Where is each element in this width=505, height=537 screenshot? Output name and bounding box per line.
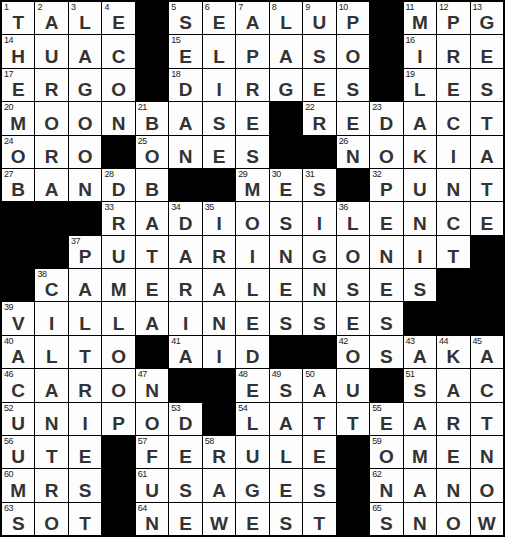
cell-letter: B	[145, 114, 159, 135]
cell-r1c7[interactable]: 6E	[203, 2, 235, 34]
black-cell-r6c7	[203, 169, 235, 201]
black-cell-r12c6	[169, 369, 201, 401]
cell-r16c9[interactable]: S	[270, 503, 302, 535]
clue-number: 28	[104, 169, 113, 180]
cell-r5c11[interactable]: 26N	[337, 136, 369, 168]
cell-letter: M	[10, 481, 26, 502]
cell-letter: O	[44, 114, 59, 135]
cell-r6c4[interactable]: 28D	[102, 169, 134, 201]
cell-r6c12[interactable]: 32P	[370, 169, 402, 201]
cell-r2c4[interactable]: C	[102, 35, 134, 67]
cell-r3c7[interactable]: I	[203, 69, 235, 101]
cell-r16c2[interactable]: O	[35, 503, 67, 535]
cell-r13c6[interactable]: 53D	[169, 403, 201, 435]
cell-r5c7[interactable]: E	[203, 136, 235, 168]
cell-r5c6[interactable]: N	[169, 136, 201, 168]
cell-r2c3[interactable]: A	[69, 35, 101, 67]
cell-r8c4[interactable]: U	[102, 236, 134, 268]
cell-r4c10[interactable]: 22R	[303, 102, 335, 134]
cell-r15c9[interactable]: E	[270, 469, 302, 501]
cell-r16c14[interactable]: O	[437, 503, 469, 535]
cell-r8c11[interactable]: O	[337, 236, 369, 268]
cell-r15c3[interactable]: S	[69, 469, 101, 501]
cell-letter: N	[446, 481, 460, 502]
clue-number: 8	[272, 2, 277, 13]
cell-r15c10[interactable]: S	[303, 469, 335, 501]
cell-r4c11[interactable]: E	[337, 102, 369, 134]
clue-number: 38	[37, 269, 46, 280]
cell-r1c6[interactable]: 5S	[169, 2, 201, 34]
cell-letter: N	[346, 147, 360, 168]
cell-r13c12[interactable]: 55E	[370, 403, 402, 435]
cell-letter: L	[280, 447, 292, 468]
cell-letter: N	[145, 514, 159, 535]
cell-r4c14[interactable]: C	[437, 102, 469, 134]
cell-r11c15[interactable]: 45A	[471, 336, 503, 368]
black-cell-r1c5	[136, 2, 168, 34]
cell-r10c7[interactable]: N	[203, 302, 235, 334]
black-cell-r4c9	[270, 102, 302, 134]
clue-number: 30	[272, 169, 281, 180]
black-cell-r12c7	[203, 369, 235, 401]
black-cell-r9c15	[471, 269, 503, 301]
cell-r15c15[interactable]: O	[471, 469, 503, 501]
cell-r12c10[interactable]: 50A	[303, 369, 335, 401]
cell-r10c4[interactable]: L	[102, 302, 134, 334]
cell-r6c2[interactable]: A	[35, 169, 67, 201]
cell-r6c9[interactable]: 30E	[270, 169, 302, 201]
cell-letter: O	[346, 47, 361, 68]
cell-letter: E	[246, 314, 259, 335]
cell-r12c4[interactable]: O	[102, 369, 134, 401]
cell-r12c2[interactable]: A	[35, 369, 67, 401]
cell-letter: U	[413, 180, 427, 201]
cell-r15c5[interactable]: 61U	[136, 469, 168, 501]
cell-r16c3[interactable]: T	[69, 503, 101, 535]
cell-r14c7[interactable]: 58R	[203, 436, 235, 468]
cell-r12c14[interactable]: A	[437, 369, 469, 401]
cell-r9c11[interactable]: S	[337, 269, 369, 301]
cell-r7c8[interactable]: O	[236, 202, 268, 234]
cell-r3c14[interactable]: E	[437, 69, 469, 101]
cell-r14c1[interactable]: 56U	[2, 436, 34, 468]
cell-r2c8[interactable]: P	[236, 35, 268, 67]
cell-r1c3[interactable]: 3L	[69, 2, 101, 34]
cell-r9c2[interactable]: 38C	[35, 269, 67, 301]
cell-r15c13[interactable]: A	[404, 469, 436, 501]
cell-r13c13[interactable]: A	[404, 403, 436, 435]
cell-r15c6[interactable]: S	[169, 469, 201, 501]
clue-number: 1	[4, 2, 9, 13]
cell-letter: G	[479, 13, 494, 34]
cell-r2c15[interactable]: E	[471, 35, 503, 67]
cell-r14c5[interactable]: 57F	[136, 436, 168, 468]
black-cell-r11c10	[303, 336, 335, 368]
cell-r11c3[interactable]: T	[69, 336, 101, 368]
cell-r10c11[interactable]: E	[337, 302, 369, 334]
cell-r3c3[interactable]: G	[69, 69, 101, 101]
cell-letter: S	[213, 114, 226, 135]
cell-r2c13[interactable]: 16I	[404, 35, 436, 67]
black-cell-r11c5	[136, 336, 168, 368]
cell-letter: E	[380, 280, 393, 301]
clue-number: 13	[473, 2, 482, 13]
cell-letter: M	[10, 114, 26, 135]
cell-r4c1[interactable]: 20M	[2, 102, 34, 134]
crossword-grid: 1T2A3L4E5S6E7A8L9U10P11M12P13G14HUAC15EL…	[0, 0, 505, 537]
cell-r12c15[interactable]: C	[471, 369, 503, 401]
cell-r16c12[interactable]: 65S	[370, 503, 402, 535]
cell-r16c6[interactable]: E	[169, 503, 201, 535]
cell-r16c1[interactable]: 63S	[2, 503, 34, 535]
cell-r1c9[interactable]: 8L	[270, 2, 302, 34]
cell-letter: E	[12, 80, 25, 101]
cell-r3c8[interactable]: R	[236, 69, 268, 101]
cell-r3c10[interactable]: E	[303, 69, 335, 101]
cell-r1c8[interactable]: 7A	[236, 2, 268, 34]
cell-r15c2[interactable]: R	[35, 469, 67, 501]
cell-r14c2[interactable]: T	[35, 436, 67, 468]
cell-r2c7[interactable]: L	[203, 35, 235, 67]
cell-r3c6[interactable]: 18D	[169, 69, 201, 101]
cell-r12c9[interactable]: 49S	[270, 369, 302, 401]
cell-r6c1[interactable]: 27B	[2, 169, 34, 201]
cell-r15c14[interactable]: N	[437, 469, 469, 501]
cell-r11c12[interactable]: S	[370, 336, 402, 368]
cell-r7c5[interactable]: A	[136, 202, 168, 234]
cell-r13c15[interactable]: T	[471, 403, 503, 435]
cell-r8c7[interactable]: R	[203, 236, 235, 268]
cell-r7c7[interactable]: 35I	[203, 202, 235, 234]
cell-r4c2[interactable]: O	[35, 102, 67, 134]
cell-r13c11[interactable]: T	[337, 403, 369, 435]
cell-r9c4[interactable]: M	[102, 269, 134, 301]
cell-letter: D	[112, 180, 126, 201]
cell-r5c13[interactable]: K	[404, 136, 436, 168]
cell-r3c1[interactable]: 17E	[2, 69, 34, 101]
cell-r3c13[interactable]: 19L	[404, 69, 436, 101]
cell-r16c13[interactable]: N	[404, 503, 436, 535]
clue-number: 25	[138, 136, 147, 147]
cell-r14c14[interactable]: E	[437, 436, 469, 468]
cell-r8c5[interactable]: T	[136, 236, 168, 268]
cell-r13c9[interactable]: A	[270, 403, 302, 435]
cell-r10c3[interactable]: L	[69, 302, 101, 334]
cell-letter: U	[11, 447, 25, 468]
cell-r11c14[interactable]: 44K	[437, 336, 469, 368]
cell-r3c15[interactable]: S	[471, 69, 503, 101]
cell-r12c11[interactable]: U	[337, 369, 369, 401]
cell-letter: S	[380, 347, 393, 368]
cell-r11c1[interactable]: 40A	[2, 336, 34, 368]
cell-letter: O	[379, 447, 394, 468]
cell-r10c12[interactable]: S	[370, 302, 402, 334]
cell-letter: R	[212, 447, 226, 468]
cell-r10c6[interactable]: I	[169, 302, 201, 334]
clue-number: 6	[205, 2, 210, 13]
cell-r8c6[interactable]: A	[169, 236, 201, 268]
cell-letter: A	[413, 481, 427, 502]
cell-letter: G	[245, 481, 260, 502]
clue-number: 48	[238, 369, 247, 380]
cell-r9c5[interactable]: E	[136, 269, 168, 301]
cell-r4c13[interactable]: A	[404, 102, 436, 134]
cell-r5c8[interactable]: S	[236, 136, 268, 168]
cell-r2c10[interactable]: S	[303, 35, 335, 67]
cell-letter: N	[379, 481, 393, 502]
cell-letter: O	[11, 147, 26, 168]
cell-r11c8[interactable]: D	[236, 336, 268, 368]
cell-r12c3[interactable]: R	[69, 369, 101, 401]
cell-r6c8[interactable]: 29M	[236, 169, 268, 201]
cell-r16c10[interactable]: T	[303, 503, 335, 535]
cell-r16c8[interactable]: E	[236, 503, 268, 535]
cell-r7c6[interactable]: 34D	[169, 202, 201, 234]
cell-r7c13[interactable]: N	[404, 202, 436, 234]
cell-r13c5[interactable]: O	[136, 403, 168, 435]
cell-r14c9[interactable]: L	[270, 436, 302, 468]
cell-r13c10[interactable]: T	[303, 403, 335, 435]
cell-r11c11[interactable]: 42O	[337, 336, 369, 368]
clue-number: 40	[4, 336, 13, 347]
clue-number: 9	[305, 2, 310, 13]
cell-letter: O	[479, 481, 494, 502]
cell-r9c13[interactable]: S	[404, 269, 436, 301]
cell-r1c4[interactable]: 4E	[102, 2, 134, 34]
cell-r6c15[interactable]: T	[471, 169, 503, 201]
cell-r4c8[interactable]: E	[236, 102, 268, 134]
cell-r1c13[interactable]: 11M	[404, 2, 436, 34]
cell-letter: A	[413, 114, 427, 135]
cell-r14c15[interactable]: N	[471, 436, 503, 468]
cell-letter: I	[417, 247, 422, 268]
cell-r1c1[interactable]: 1T	[2, 2, 34, 34]
cell-r4c15[interactable]: T	[471, 102, 503, 134]
cell-letter: R	[45, 147, 59, 168]
black-cell-r10c13	[404, 302, 436, 334]
cell-r11c2[interactable]: L	[35, 336, 67, 368]
cell-r5c12[interactable]: O	[370, 136, 402, 168]
cell-r9c8[interactable]: L	[236, 269, 268, 301]
cell-letter: A	[45, 381, 59, 402]
cell-r13c2[interactable]: N	[35, 403, 67, 435]
cell-letter: A	[45, 180, 59, 201]
cell-letter: E	[347, 314, 360, 335]
cell-letter: E	[480, 47, 493, 68]
cell-r8c12[interactable]: N	[370, 236, 402, 268]
cell-letter: O	[245, 214, 260, 235]
cell-r13c8[interactable]: 54L	[236, 403, 268, 435]
cell-r4c3[interactable]: O	[69, 102, 101, 134]
cell-r10c5[interactable]: A	[136, 302, 168, 334]
cell-r16c15[interactable]: W	[471, 503, 503, 535]
cell-letter: E	[213, 147, 226, 168]
clue-number: 3	[71, 2, 76, 13]
cell-r4c5[interactable]: 21B	[136, 102, 168, 134]
cell-letter: A	[313, 381, 327, 402]
cell-r1c14[interactable]: 12P	[437, 2, 469, 34]
cell-r7c10[interactable]: I	[303, 202, 335, 234]
cell-letter: T	[447, 247, 459, 268]
cell-r1c10[interactable]: 9U	[303, 2, 335, 34]
cell-r7c15[interactable]: E	[471, 202, 503, 234]
cell-r11c7[interactable]: I	[203, 336, 235, 368]
cell-r8c14[interactable]: T	[437, 236, 469, 268]
cell-letter: L	[247, 280, 259, 301]
cell-letter: E	[280, 481, 293, 502]
cell-r10c1[interactable]: 39V	[2, 302, 34, 334]
cell-letter: O	[346, 247, 361, 268]
clue-number: 21	[138, 102, 147, 113]
clue-number: 59	[372, 436, 381, 447]
clue-number: 36	[339, 202, 348, 213]
cell-r5c1[interactable]: 24O	[2, 136, 34, 168]
cell-letter: A	[212, 481, 226, 502]
cell-r15c12[interactable]: 62N	[370, 469, 402, 501]
black-cell-r6c11	[337, 169, 369, 201]
cell-r2c2[interactable]: U	[35, 35, 67, 67]
cell-r3c9[interactable]: G	[270, 69, 302, 101]
cell-letter: G	[312, 247, 327, 268]
cell-r11c13[interactable]: 43A	[404, 336, 436, 368]
cell-r10c9[interactable]: S	[270, 302, 302, 334]
cell-r6c10[interactable]: 31S	[303, 169, 335, 201]
cell-letter: P	[246, 47, 259, 68]
cell-r12c13[interactable]: 51S	[404, 369, 436, 401]
cell-r2c11[interactable]: O	[337, 35, 369, 67]
cell-r5c3[interactable]: O	[69, 136, 101, 168]
cell-r10c8[interactable]: E	[236, 302, 268, 334]
cell-letter: M	[245, 180, 261, 201]
clue-number: 19	[406, 69, 415, 80]
cell-r9c10[interactable]: N	[303, 269, 335, 301]
cell-r5c2[interactable]: R	[35, 136, 67, 168]
cell-r6c3[interactable]: N	[69, 169, 101, 201]
cell-r14c6[interactable]: E	[169, 436, 201, 468]
cell-r4c12[interactable]: 23D	[370, 102, 402, 134]
cell-r13c3[interactable]: I	[69, 403, 101, 435]
cell-r9c6[interactable]: R	[169, 269, 201, 301]
cell-r7c9[interactable]: S	[270, 202, 302, 234]
cell-r14c10[interactable]: E	[303, 436, 335, 468]
cell-r2c1[interactable]: 14H	[2, 35, 34, 67]
cell-letter: A	[78, 280, 92, 301]
cell-r4c4[interactable]: N	[102, 102, 134, 134]
cell-letter: E	[213, 13, 226, 34]
cell-r11c6[interactable]: 41A	[169, 336, 201, 368]
cell-r4c7[interactable]: S	[203, 102, 235, 134]
cell-r3c4[interactable]: O	[102, 69, 134, 101]
cell-r13c14[interactable]: R	[437, 403, 469, 435]
cell-r5c14[interactable]: I	[437, 136, 469, 168]
cell-r13c4[interactable]: P	[102, 403, 134, 435]
clue-number: 44	[439, 336, 448, 347]
clue-number: 63	[4, 503, 13, 514]
cell-letter: N	[212, 314, 226, 335]
cell-r5c5[interactable]: 25O	[136, 136, 168, 168]
cell-letter: C	[446, 114, 460, 135]
cell-r8c8[interactable]: I	[236, 236, 268, 268]
cell-r8c3[interactable]: 37P	[69, 236, 101, 268]
cell-r13c1[interactable]: 52U	[2, 403, 34, 435]
cell-r7c4[interactable]: 33R	[102, 202, 134, 234]
cell-letter: R	[313, 114, 327, 135]
cell-r14c12[interactable]: 59O	[370, 436, 402, 468]
clue-number: 51	[406, 369, 415, 380]
clue-number: 49	[272, 369, 281, 380]
cell-r16c7[interactable]: W	[203, 503, 235, 535]
cell-letter: C	[446, 214, 460, 235]
cell-letter: E	[112, 13, 125, 34]
cell-r8c9[interactable]: N	[270, 236, 302, 268]
clue-number: 27	[4, 169, 13, 180]
cell-r4c6[interactable]: A	[169, 102, 201, 134]
cell-r3c2[interactable]: R	[35, 69, 67, 101]
cell-r6c5[interactable]: B	[136, 169, 168, 201]
cell-r8c10[interactable]: G	[303, 236, 335, 268]
cell-r5c15[interactable]: A	[471, 136, 503, 168]
cell-r12c1[interactable]: 46C	[2, 369, 34, 401]
cell-r8c13[interactable]: I	[404, 236, 436, 268]
cell-r2c14[interactable]: R	[437, 35, 469, 67]
cell-letter: C	[11, 381, 25, 402]
cell-letter: D	[179, 214, 193, 235]
cell-letter: R	[45, 481, 59, 502]
cell-r7c11[interactable]: 36L	[337, 202, 369, 234]
cell-letter: A	[246, 13, 260, 34]
cell-r9c3[interactable]: A	[69, 269, 101, 301]
cell-r15c1[interactable]: 60M	[2, 469, 34, 501]
black-cell-r9c1	[2, 269, 34, 301]
cell-r7c12[interactable]: E	[370, 202, 402, 234]
clue-number: 2	[37, 2, 42, 13]
cell-r15c7[interactable]: A	[203, 469, 235, 501]
cell-r14c8[interactable]: U	[236, 436, 268, 468]
cell-r1c2[interactable]: 2A	[35, 2, 67, 34]
cell-r6c13[interactable]: U	[404, 169, 436, 201]
black-cell-r3c5	[136, 69, 168, 101]
cell-r14c13[interactable]: M	[404, 436, 436, 468]
cell-r12c5[interactable]: 47N	[136, 369, 168, 401]
cell-r16c5[interactable]: 64N	[136, 503, 168, 535]
cell-r15c8[interactable]: G	[236, 469, 268, 501]
cell-r2c6[interactable]: 15E	[169, 35, 201, 67]
cell-letter: U	[11, 414, 25, 435]
cell-r9c7[interactable]: A	[203, 269, 235, 301]
cell-letter: C	[480, 381, 494, 402]
cell-r7c14[interactable]: C	[437, 202, 469, 234]
cell-r9c12[interactable]: E	[370, 269, 402, 301]
cell-r3c11[interactable]: S	[337, 69, 369, 101]
cell-r14c3[interactable]: E	[69, 436, 101, 468]
cell-letter: S	[480, 80, 493, 101]
clue-number: 16	[406, 35, 415, 46]
cell-r9c9[interactable]: E	[270, 269, 302, 301]
cell-r10c10[interactable]: S	[303, 302, 335, 334]
clue-number: 39	[4, 302, 13, 313]
cell-r1c11[interactable]: 10P	[337, 2, 369, 34]
cell-r10c2[interactable]: I	[35, 302, 67, 334]
cell-letter: S	[280, 381, 293, 402]
cell-r1c15[interactable]: 13G	[471, 2, 503, 34]
cell-letter: A	[413, 414, 427, 435]
cell-letter: E	[280, 280, 293, 301]
cell-r11c4[interactable]: O	[102, 336, 134, 368]
clue-number: 34	[171, 202, 180, 213]
cell-r2c9[interactable]: A	[270, 35, 302, 67]
cell-r12c8[interactable]: 48E	[236, 369, 268, 401]
cell-r6c14[interactable]: N	[437, 169, 469, 201]
